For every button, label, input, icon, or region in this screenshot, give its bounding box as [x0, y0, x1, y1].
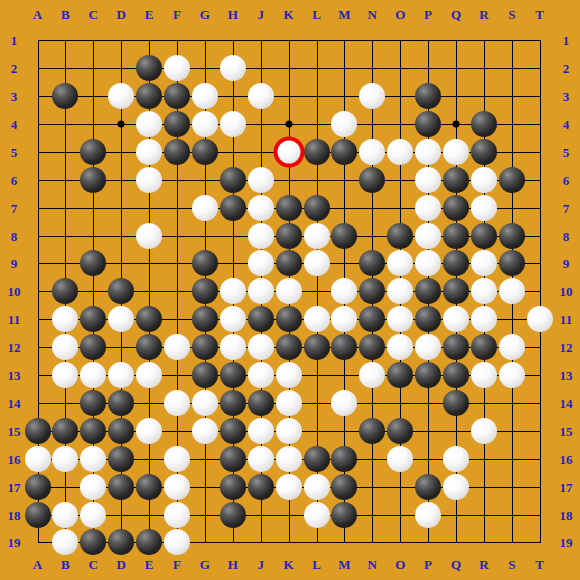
black-stone-K7	[276, 195, 302, 221]
black-stone-E17	[136, 474, 162, 500]
black-stone-N11	[359, 306, 385, 332]
white-stone-B13	[52, 362, 78, 388]
white-stone-C18	[80, 502, 106, 528]
black-stone-D15	[108, 418, 134, 444]
black-stone-E19	[136, 529, 162, 555]
white-stone-G7	[192, 195, 218, 221]
white-stone-K17	[276, 474, 302, 500]
row-label-left-14: 14	[8, 396, 21, 409]
white-stone-Q17	[443, 474, 469, 500]
col-label-bottom-B: B	[61, 558, 70, 571]
black-stone-P4	[415, 111, 441, 137]
white-stone-O5	[387, 139, 413, 165]
white-stone-H4	[220, 111, 246, 137]
white-stone-D11	[108, 306, 134, 332]
black-stone-D14	[108, 390, 134, 416]
black-stone-H6	[220, 167, 246, 193]
white-stone-K15	[276, 418, 302, 444]
black-stone-H14	[220, 390, 246, 416]
white-stone-P7	[415, 195, 441, 221]
star-point-D4	[118, 120, 125, 127]
black-stone-M12	[331, 334, 357, 360]
black-stone-L16	[304, 446, 330, 472]
black-stone-Q10	[443, 278, 469, 304]
row-label-left-16: 16	[8, 452, 21, 465]
black-stone-B15	[52, 418, 78, 444]
col-label-bottom-T: T	[535, 558, 544, 571]
black-stone-L7	[304, 195, 330, 221]
white-stone-O16	[387, 446, 413, 472]
black-stone-J14	[248, 390, 274, 416]
row-label-left-12: 12	[8, 341, 21, 354]
white-stone-G3	[192, 83, 218, 109]
row-label-right-17: 17	[560, 480, 573, 493]
col-label-bottom-K: K	[284, 558, 294, 571]
black-stone-P10	[415, 278, 441, 304]
white-stone-C17	[80, 474, 106, 500]
col-label-bottom-J: J	[257, 558, 264, 571]
col-label-top-C: C	[89, 8, 98, 21]
col-label-top-A: A	[33, 8, 42, 21]
black-stone-R8	[471, 223, 497, 249]
white-stone-H12	[220, 334, 246, 360]
black-stone-E11	[136, 306, 162, 332]
black-stone-N6	[359, 167, 385, 193]
black-stone-M17	[331, 474, 357, 500]
white-stone-K13	[276, 362, 302, 388]
white-stone-Q16	[443, 446, 469, 472]
star-point-Q4	[453, 120, 460, 127]
black-stone-M16	[331, 446, 357, 472]
black-stone-R5	[471, 139, 497, 165]
white-stone-J16	[248, 446, 274, 472]
row-label-right-8: 8	[563, 229, 570, 242]
white-stone-E4	[136, 111, 162, 137]
white-stone-O12	[387, 334, 413, 360]
col-label-bottom-R: R	[479, 558, 488, 571]
white-stone-J3	[248, 83, 274, 109]
row-label-right-4: 4	[563, 117, 570, 130]
black-stone-M18	[331, 502, 357, 528]
black-stone-D16	[108, 446, 134, 472]
white-stone-M11	[331, 306, 357, 332]
black-stone-F3	[164, 83, 190, 109]
white-stone-J7	[248, 195, 274, 221]
white-stone-H2	[220, 55, 246, 81]
white-stone-B11	[52, 306, 78, 332]
row-label-left-15: 15	[8, 424, 21, 437]
white-stone-C13	[80, 362, 106, 388]
col-label-top-J: J	[257, 8, 264, 21]
white-stone-H11	[220, 306, 246, 332]
black-stone-H13	[220, 362, 246, 388]
white-stone-G15	[192, 418, 218, 444]
white-stone-F12	[164, 334, 190, 360]
black-stone-G10	[192, 278, 218, 304]
white-stone-L11	[304, 306, 330, 332]
black-stone-C19	[80, 529, 106, 555]
white-stone-L8	[304, 223, 330, 249]
black-stone-O15	[387, 418, 413, 444]
white-stone-S10	[499, 278, 525, 304]
white-stone-B19	[52, 529, 78, 555]
black-stone-H15	[220, 418, 246, 444]
row-label-right-13: 13	[560, 369, 573, 382]
col-label-top-M: M	[338, 8, 350, 21]
white-stone-F18	[164, 502, 190, 528]
white-stone-R7	[471, 195, 497, 221]
col-label-top-Q: Q	[451, 8, 461, 21]
black-stone-M5	[331, 139, 357, 165]
black-stone-F4	[164, 111, 190, 137]
row-label-left-9: 9	[11, 257, 18, 270]
black-stone-H16	[220, 446, 246, 472]
black-stone-S8	[499, 223, 525, 249]
row-label-left-5: 5	[11, 145, 18, 158]
white-stone-J9	[248, 250, 274, 276]
white-stone-P9	[415, 250, 441, 276]
col-label-top-B: B	[61, 8, 70, 21]
white-stone-B12	[52, 334, 78, 360]
white-stone-G4	[192, 111, 218, 137]
white-stone-L9	[304, 250, 330, 276]
col-label-top-S: S	[508, 8, 515, 21]
black-stone-G12	[192, 334, 218, 360]
black-stone-P3	[415, 83, 441, 109]
grid-vline-T	[540, 40, 541, 543]
col-label-bottom-D: D	[116, 558, 125, 571]
white-stone-J6	[248, 167, 274, 193]
white-stone-P5	[415, 139, 441, 165]
black-stone-Q8	[443, 223, 469, 249]
black-stone-P11	[415, 306, 441, 332]
row-label-left-13: 13	[8, 369, 21, 382]
col-label-top-F: F	[173, 8, 181, 21]
white-stone-A16	[25, 446, 51, 472]
black-stone-O8	[387, 223, 413, 249]
row-label-right-15: 15	[560, 424, 573, 437]
row-label-left-6: 6	[11, 173, 18, 186]
white-stone-R10	[471, 278, 497, 304]
white-stone-M10	[331, 278, 357, 304]
white-stone-S12	[499, 334, 525, 360]
white-stone-L17	[304, 474, 330, 500]
white-stone-K14	[276, 390, 302, 416]
black-stone-C15	[80, 418, 106, 444]
row-label-right-12: 12	[560, 341, 573, 354]
col-label-bottom-E: E	[145, 558, 154, 571]
black-stone-Q12	[443, 334, 469, 360]
black-stone-R4	[471, 111, 497, 137]
white-stone-N13	[359, 362, 385, 388]
white-stone-G14	[192, 390, 218, 416]
star-point-K4	[285, 120, 292, 127]
white-stone-O11	[387, 306, 413, 332]
white-stone-F14	[164, 390, 190, 416]
col-label-bottom-S: S	[508, 558, 515, 571]
black-stone-Q9	[443, 250, 469, 276]
white-stone-H10	[220, 278, 246, 304]
white-stone-L18	[304, 502, 330, 528]
black-stone-H7	[220, 195, 246, 221]
col-label-top-P: P	[424, 8, 432, 21]
row-label-right-9: 9	[563, 257, 570, 270]
white-stone-S13	[499, 362, 525, 388]
row-label-left-3: 3	[11, 90, 18, 103]
white-stone-R11	[471, 306, 497, 332]
black-stone-K8	[276, 223, 302, 249]
black-stone-K12	[276, 334, 302, 360]
white-stone-K16	[276, 446, 302, 472]
white-stone-R13	[471, 362, 497, 388]
black-stone-P17	[415, 474, 441, 500]
col-label-top-G: G	[200, 8, 210, 21]
white-stone-J12	[248, 334, 274, 360]
col-label-bottom-L: L	[312, 558, 321, 571]
black-stone-C5	[80, 139, 106, 165]
col-label-top-L: L	[312, 8, 321, 21]
black-stone-G11	[192, 306, 218, 332]
white-stone-D13	[108, 362, 134, 388]
white-stone-F19	[164, 529, 190, 555]
white-stone-J10	[248, 278, 274, 304]
black-stone-H18	[220, 502, 246, 528]
black-stone-N9	[359, 250, 385, 276]
black-stone-B10	[52, 278, 78, 304]
white-stone-F16	[164, 446, 190, 472]
white-stone-R15	[471, 418, 497, 444]
row-label-right-2: 2	[563, 62, 570, 75]
black-stone-Q14	[443, 390, 469, 416]
col-label-bottom-F: F	[173, 558, 181, 571]
white-stone-F2	[164, 55, 190, 81]
white-stone-M14	[331, 390, 357, 416]
white-stone-K5	[276, 139, 302, 165]
black-stone-N10	[359, 278, 385, 304]
row-label-left-4: 4	[11, 117, 18, 130]
black-stone-P13	[415, 362, 441, 388]
black-stone-D19	[108, 529, 134, 555]
col-label-bottom-M: M	[338, 558, 350, 571]
row-label-left-10: 10	[8, 285, 21, 298]
black-stone-G9	[192, 250, 218, 276]
black-stone-K9	[276, 250, 302, 276]
row-label-left-11: 11	[8, 313, 20, 326]
white-stone-C16	[80, 446, 106, 472]
white-stone-D3	[108, 83, 134, 109]
row-label-right-7: 7	[563, 201, 570, 214]
white-stone-P18	[415, 502, 441, 528]
white-stone-O10	[387, 278, 413, 304]
col-label-bottom-A: A	[33, 558, 42, 571]
row-label-left-17: 17	[8, 480, 21, 493]
col-label-top-N: N	[368, 8, 377, 21]
black-stone-J17	[248, 474, 274, 500]
white-stone-F17	[164, 474, 190, 500]
white-stone-T11	[527, 306, 553, 332]
white-stone-Q5	[443, 139, 469, 165]
row-label-right-18: 18	[560, 508, 573, 521]
row-label-right-3: 3	[563, 90, 570, 103]
white-stone-E6	[136, 167, 162, 193]
black-stone-D10	[108, 278, 134, 304]
white-stone-P12	[415, 334, 441, 360]
col-label-bottom-N: N	[368, 558, 377, 571]
col-label-bottom-H: H	[228, 558, 238, 571]
black-stone-L12	[304, 334, 330, 360]
white-stone-K10	[276, 278, 302, 304]
col-label-top-K: K	[284, 8, 294, 21]
black-stone-M8	[331, 223, 357, 249]
white-stone-E5	[136, 139, 162, 165]
black-stone-Q7	[443, 195, 469, 221]
row-label-left-8: 8	[11, 229, 18, 242]
row-label-right-1: 1	[563, 34, 570, 47]
black-stone-R12	[471, 334, 497, 360]
row-label-left-7: 7	[11, 201, 18, 214]
black-stone-L5	[304, 139, 330, 165]
black-stone-G5	[192, 139, 218, 165]
white-stone-B18	[52, 502, 78, 528]
row-label-left-1: 1	[11, 34, 18, 47]
row-label-right-19: 19	[560, 536, 573, 549]
row-label-left-18: 18	[8, 508, 21, 521]
row-label-right-6: 6	[563, 173, 570, 186]
black-stone-S9	[499, 250, 525, 276]
white-stone-N3	[359, 83, 385, 109]
black-stone-C11	[80, 306, 106, 332]
col-label-bottom-Q: Q	[451, 558, 461, 571]
black-stone-F5	[164, 139, 190, 165]
col-label-top-O: O	[395, 8, 405, 21]
row-label-right-14: 14	[560, 396, 573, 409]
black-stone-Q6	[443, 167, 469, 193]
row-label-right-5: 5	[563, 145, 570, 158]
white-stone-E8	[136, 223, 162, 249]
white-stone-Q11	[443, 306, 469, 332]
white-stone-M4	[331, 111, 357, 137]
black-stone-E3	[136, 83, 162, 109]
white-stone-O9	[387, 250, 413, 276]
white-stone-R6	[471, 167, 497, 193]
black-stone-S6	[499, 167, 525, 193]
black-stone-C12	[80, 334, 106, 360]
go-board[interactable]: ABCDEFGHJKLMNOPQRST ABCDEFGHJKLMNOPQRST …	[0, 0, 580, 580]
black-stone-A15	[25, 418, 51, 444]
white-stone-P8	[415, 223, 441, 249]
white-stone-B16	[52, 446, 78, 472]
black-stone-N15	[359, 418, 385, 444]
white-stone-P6	[415, 167, 441, 193]
col-label-top-E: E	[145, 8, 154, 21]
black-stone-E12	[136, 334, 162, 360]
black-stone-A18	[25, 502, 51, 528]
black-stone-Q13	[443, 362, 469, 388]
white-stone-E15	[136, 418, 162, 444]
col-label-top-R: R	[479, 8, 488, 21]
col-label-bottom-P: P	[424, 558, 432, 571]
black-stone-B3	[52, 83, 78, 109]
black-stone-E2	[136, 55, 162, 81]
black-stone-D17	[108, 474, 134, 500]
row-label-right-11: 11	[560, 313, 572, 326]
white-stone-R9	[471, 250, 497, 276]
black-stone-A17	[25, 474, 51, 500]
white-stone-J15	[248, 418, 274, 444]
black-stone-K11	[276, 306, 302, 332]
black-stone-G13	[192, 362, 218, 388]
black-stone-N12	[359, 334, 385, 360]
black-stone-H17	[220, 474, 246, 500]
black-stone-C14	[80, 390, 106, 416]
col-label-top-H: H	[228, 8, 238, 21]
col-label-bottom-G: G	[200, 558, 210, 571]
row-label-right-10: 10	[560, 285, 573, 298]
row-label-right-16: 16	[560, 452, 573, 465]
row-label-left-2: 2	[11, 62, 18, 75]
row-label-left-19: 19	[8, 536, 21, 549]
black-stone-O13	[387, 362, 413, 388]
white-stone-J8	[248, 223, 274, 249]
black-stone-C9	[80, 250, 106, 276]
white-stone-N5	[359, 139, 385, 165]
col-label-top-D: D	[116, 8, 125, 21]
col-label-top-T: T	[535, 8, 544, 21]
col-label-bottom-O: O	[395, 558, 405, 571]
col-label-bottom-C: C	[89, 558, 98, 571]
white-stone-E13	[136, 362, 162, 388]
white-stone-J13	[248, 362, 274, 388]
black-stone-C6	[80, 167, 106, 193]
black-stone-J11	[248, 306, 274, 332]
